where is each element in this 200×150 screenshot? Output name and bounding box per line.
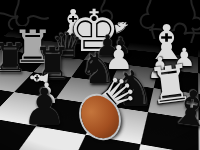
piece-black-rook-left: ♜ [0, 38, 28, 78]
chess-scene: ♜♜♝♚♛♜♟♟♞♝♟♞♟♝♟♟♛♞♟♜♝ [0, 0, 200, 150]
pieces-layer: ♜♜♝♚♛♜♟♟♞♝♟♞♟♝♟♟♛♞♟♜♝ [0, 0, 200, 150]
piece-black-pawn-front: ♟ [22, 82, 67, 132]
piece-black-bishop-right: ♝ [167, 81, 200, 135]
